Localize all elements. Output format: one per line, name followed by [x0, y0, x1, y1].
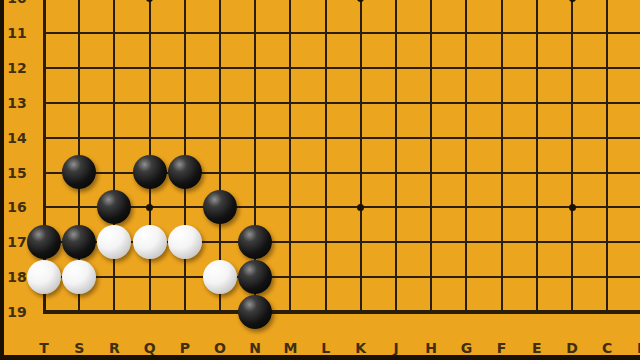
- row-label-11: 11: [0, 24, 34, 42]
- row-label-10: 10: [0, 0, 34, 7]
- row-label-15: 15: [0, 164, 34, 182]
- col-label-R: R: [102, 340, 126, 356]
- black-stone-S17[interactable]: [62, 225, 96, 259]
- col-label-C: C: [595, 340, 619, 356]
- col-label-S: S: [67, 340, 91, 356]
- white-stone-S18[interactable]: [62, 260, 96, 294]
- white-stone-Q17[interactable]: [133, 225, 167, 259]
- row-label-16: 16: [0, 198, 34, 216]
- row-label-13: 13: [0, 94, 34, 112]
- col-label-H: H: [419, 340, 443, 356]
- col-label-E: E: [525, 340, 549, 356]
- left-edge-strip: [0, 0, 4, 356]
- black-stone-N18[interactable]: [238, 260, 272, 294]
- row-label-14: 14: [0, 129, 34, 147]
- col-label-J: J: [384, 340, 408, 356]
- black-stone-R16[interactable]: [97, 190, 131, 224]
- col-label-M: M: [278, 340, 302, 356]
- black-stone-S15[interactable]: [62, 155, 96, 189]
- row-label-12: 12: [0, 59, 34, 77]
- black-stone-P15[interactable]: [168, 155, 202, 189]
- col-label-partial-B: B: [630, 340, 640, 356]
- col-label-Q: Q: [138, 340, 162, 356]
- col-label-P: P: [173, 340, 197, 356]
- black-stone-Q15[interactable]: [133, 155, 167, 189]
- col-label-O: O: [208, 340, 232, 356]
- row-label-19: 19: [0, 303, 34, 321]
- col-label-K: K: [349, 340, 373, 356]
- row-label-18: 18: [0, 268, 34, 286]
- col-label-N: N: [243, 340, 267, 356]
- col-label-D: D: [560, 340, 584, 356]
- row-label-17: 17: [0, 233, 34, 251]
- col-label-G: G: [454, 340, 478, 356]
- black-stone-N19[interactable]: [238, 295, 272, 329]
- go-board-screenshot: 10111213141516171819TSRQPONMLKJHGFEDCB: [0, 0, 640, 360]
- white-stone-O18[interactable]: [203, 260, 237, 294]
- white-stone-R17[interactable]: [97, 225, 131, 259]
- black-stone-N17[interactable]: [238, 225, 272, 259]
- black-stone-O16[interactable]: [203, 190, 237, 224]
- stones-grid: [26, 0, 624, 329]
- col-label-T: T: [32, 340, 56, 356]
- col-label-F: F: [490, 340, 514, 356]
- bottom-edge-strip: [0, 355, 640, 360]
- col-label-L: L: [314, 340, 338, 356]
- white-stone-P17[interactable]: [168, 225, 202, 259]
